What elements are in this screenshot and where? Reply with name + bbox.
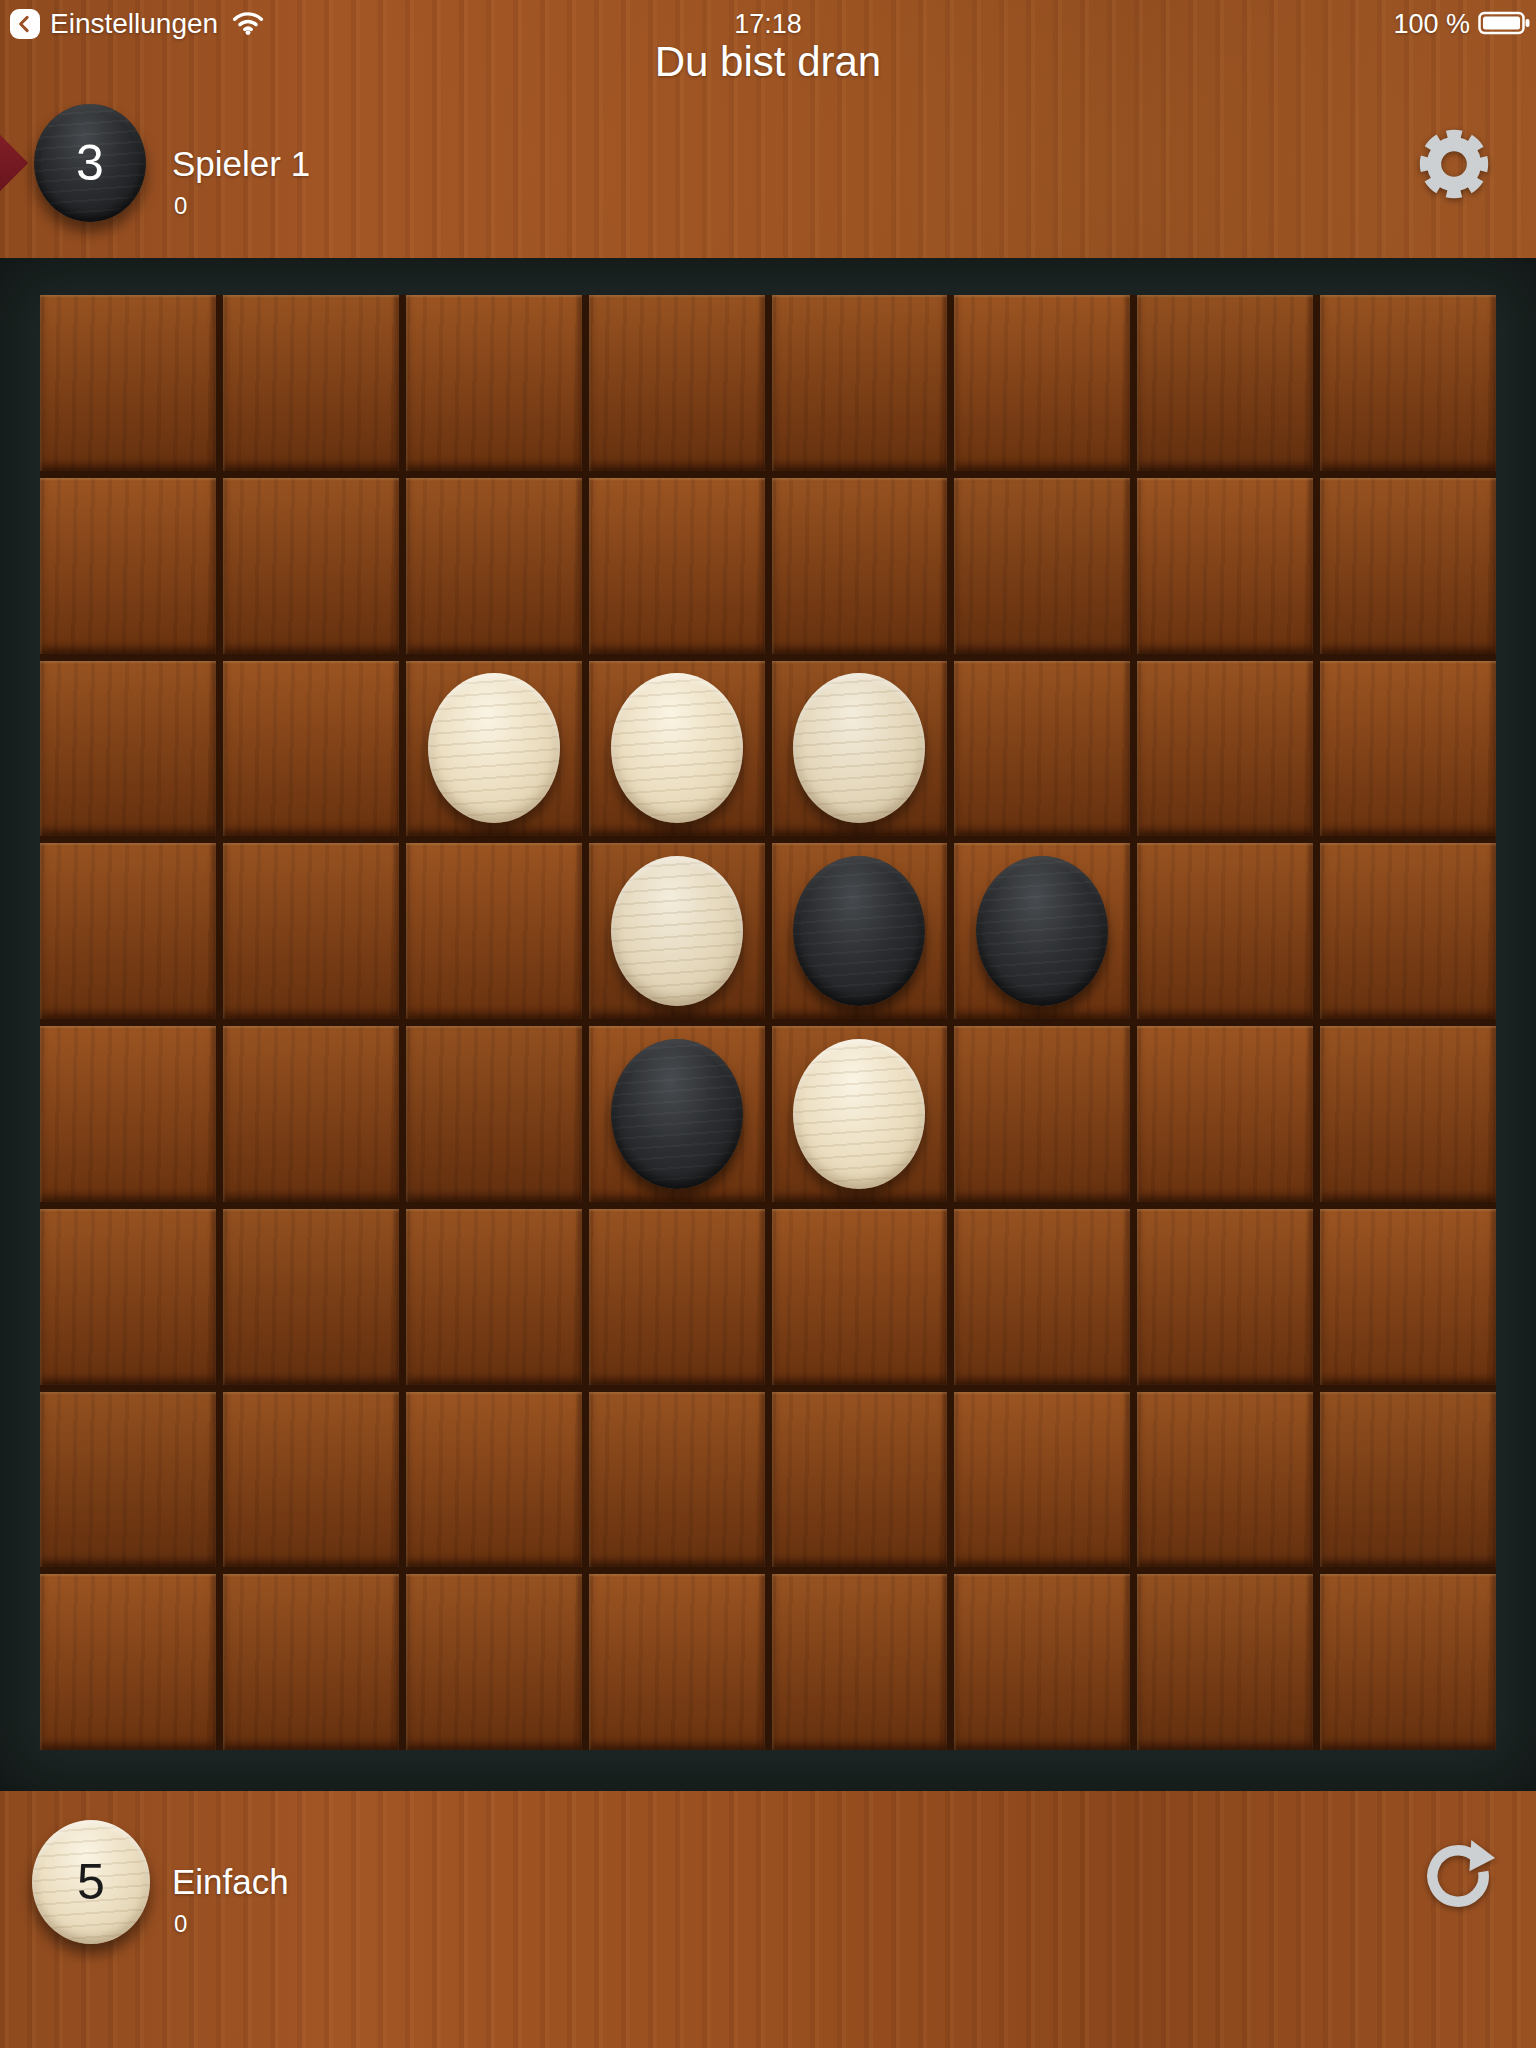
board-cell-g8[interactable] — [1137, 1574, 1313, 1750]
board-cell-c5[interactable] — [406, 1026, 582, 1202]
board-cell-a6[interactable] — [40, 1209, 216, 1385]
white-score-disc: 5 — [32, 1820, 150, 1944]
board-cell-f2[interactable] — [954, 478, 1130, 654]
board-cell-b8[interactable] — [223, 1574, 399, 1750]
board-cell-d1[interactable] — [589, 295, 765, 471]
board-cell-e7[interactable] — [772, 1392, 948, 1568]
board-cell-e2[interactable] — [772, 478, 948, 654]
board-frame — [0, 258, 1536, 1791]
board-cell-c2[interactable] — [406, 478, 582, 654]
app-screen: Einstellungen 17:18 100 % Du bist dran 3… — [0, 0, 1536, 2048]
battery-percent-label: 100 % — [1393, 9, 1470, 40]
board-cell-c3[interactable] — [406, 661, 582, 837]
black-disc — [976, 856, 1108, 1006]
board-cell-g7[interactable] — [1137, 1392, 1313, 1568]
board-cell-h4[interactable] — [1320, 843, 1496, 1019]
board-cell-h7[interactable] — [1320, 1392, 1496, 1568]
status-time: 17:18 — [0, 9, 1536, 40]
board-cell-e6[interactable] — [772, 1209, 948, 1385]
board-cell-d2[interactable] — [589, 478, 765, 654]
othello-board — [40, 295, 1496, 1750]
board-cell-c1[interactable] — [406, 295, 582, 471]
board-cell-d5[interactable] — [589, 1026, 765, 1202]
board-cell-a1[interactable] — [40, 295, 216, 471]
black-score-disc: 3 — [34, 104, 146, 222]
board-cell-a7[interactable] — [40, 1392, 216, 1568]
black-disc — [793, 856, 925, 1006]
board-cell-c4[interactable] — [406, 843, 582, 1019]
board-cell-e4[interactable] — [772, 843, 948, 1019]
black-player-score: 0 — [174, 192, 187, 220]
board-cell-d3[interactable] — [589, 661, 765, 837]
board-cell-h1[interactable] — [1320, 295, 1496, 471]
black-disc — [611, 1039, 743, 1189]
board-cell-g6[interactable] — [1137, 1209, 1313, 1385]
board-cell-b2[interactable] — [223, 478, 399, 654]
black-player-name: Spieler 1 — [172, 144, 310, 184]
white-disc — [611, 856, 743, 1006]
white-disc — [611, 673, 743, 823]
board-cell-a4[interactable] — [40, 843, 216, 1019]
board-cell-f1[interactable] — [954, 295, 1130, 471]
board-cell-f7[interactable] — [954, 1392, 1130, 1568]
board-cell-g1[interactable] — [1137, 295, 1313, 471]
board-cell-b7[interactable] — [223, 1392, 399, 1568]
board-cell-b1[interactable] — [223, 295, 399, 471]
board-cell-g2[interactable] — [1137, 478, 1313, 654]
board-cell-b6[interactable] — [223, 1209, 399, 1385]
page-title: Du bist dran — [0, 38, 1536, 86]
board-cell-a2[interactable] — [40, 478, 216, 654]
white-disc — [793, 673, 925, 823]
board-cell-c7[interactable] — [406, 1392, 582, 1568]
board-cell-f4[interactable] — [954, 843, 1130, 1019]
board-cell-b5[interactable] — [223, 1026, 399, 1202]
board-cell-e5[interactable] — [772, 1026, 948, 1202]
restart-icon[interactable] — [1420, 1838, 1496, 1918]
board-cell-b3[interactable] — [223, 661, 399, 837]
board-cell-e1[interactable] — [772, 295, 948, 471]
board-cell-g4[interactable] — [1137, 843, 1313, 1019]
board-cell-d7[interactable] — [589, 1392, 765, 1568]
board-cell-h5[interactable] — [1320, 1026, 1496, 1202]
board-cell-a3[interactable] — [40, 661, 216, 837]
board-cell-a8[interactable] — [40, 1574, 216, 1750]
board-cell-a5[interactable] — [40, 1026, 216, 1202]
board-cell-h6[interactable] — [1320, 1209, 1496, 1385]
white-disc — [428, 673, 560, 823]
board-cell-h2[interactable] — [1320, 478, 1496, 654]
board-cell-f8[interactable] — [954, 1574, 1130, 1750]
board-cell-g3[interactable] — [1137, 661, 1313, 837]
white-player-name: Einfach — [172, 1862, 289, 1902]
board-cell-d8[interactable] — [589, 1574, 765, 1750]
board-cell-g5[interactable] — [1137, 1026, 1313, 1202]
white-disc-count: 5 — [77, 1853, 105, 1911]
board-cell-e3[interactable] — [772, 661, 948, 837]
battery-icon — [1478, 11, 1530, 39]
settings-gear-icon[interactable] — [1416, 126, 1492, 206]
board-cell-c6[interactable] — [406, 1209, 582, 1385]
board-cell-c8[interactable] — [406, 1574, 582, 1750]
board-cell-f6[interactable] — [954, 1209, 1130, 1385]
black-disc-count: 3 — [76, 134, 104, 192]
turn-indicator-arrow — [0, 108, 28, 218]
board-cell-f3[interactable] — [954, 661, 1130, 837]
white-disc — [793, 1039, 925, 1189]
board-cell-b4[interactable] — [223, 843, 399, 1019]
board-cell-d6[interactable] — [589, 1209, 765, 1385]
white-player-score: 0 — [174, 1910, 187, 1938]
board-cell-h3[interactable] — [1320, 661, 1496, 837]
board-cell-e8[interactable] — [772, 1574, 948, 1750]
board-cell-d4[interactable] — [589, 843, 765, 1019]
board-cell-h8[interactable] — [1320, 1574, 1496, 1750]
board-cell-f5[interactable] — [954, 1026, 1130, 1202]
